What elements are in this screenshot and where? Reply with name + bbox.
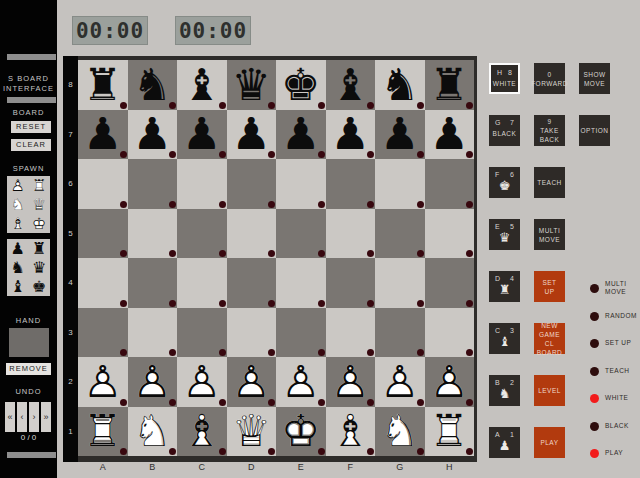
divider-bar xyxy=(7,97,56,103)
square-e2[interactable]: ♟♙ xyxy=(276,357,326,407)
white-pawn[interactable]: ♟♙ xyxy=(375,357,425,407)
square-f5[interactable] xyxy=(326,209,376,259)
led-row-teach: TEACH xyxy=(590,362,630,380)
white-pawn[interactable]: ♟♙ xyxy=(78,357,128,407)
black-bishop[interactable]: ♝ xyxy=(177,60,227,110)
spawn-tray-white: ♟♙♜♖♞♘♛♕♝♗♚♔ xyxy=(7,176,50,233)
led-label-line: PLAY xyxy=(605,449,623,457)
white-knight[interactable]: ♞♘ xyxy=(128,407,178,457)
white-pawn[interactable]: ♟♙ xyxy=(227,357,277,407)
piece-outline: ♕ xyxy=(29,195,51,214)
black-pawn[interactable]: ♟ xyxy=(375,110,425,160)
piece-fill: ♟ xyxy=(375,110,425,160)
key-f6[interactable]: F6♚ xyxy=(489,167,520,198)
square-f2[interactable]: ♟♙ xyxy=(326,357,376,407)
square-h6[interactable] xyxy=(425,159,475,209)
divider-bar xyxy=(7,54,56,60)
piece-outline: ♔ xyxy=(29,214,51,233)
piece-fill: ♞ xyxy=(128,60,178,110)
piece-fill: ♟ xyxy=(128,110,178,160)
piece-outline: ♗ xyxy=(326,407,376,457)
king-icon: ♚ xyxy=(489,179,520,193)
button-line: UP xyxy=(544,287,554,296)
file-label-c: C xyxy=(177,462,227,476)
key-word-label: BLACK xyxy=(489,130,520,137)
piece-outline: ♖ xyxy=(78,407,128,457)
rank-label-8: 8 xyxy=(63,60,78,110)
square-h7[interactable]: ♟ xyxy=(425,110,475,160)
sensor-dot xyxy=(417,250,424,257)
led-row-multi-move: MULTIMOVE xyxy=(590,279,627,297)
app-title-line1: S BOARD xyxy=(0,74,57,83)
white-queen[interactable]: ♛♕ xyxy=(227,407,277,457)
piece-outline: ♙ xyxy=(227,357,277,407)
divider-bar xyxy=(7,452,56,458)
undo-back-button[interactable]: ‹ xyxy=(17,402,27,432)
square-f4[interactable] xyxy=(326,258,376,308)
piece-outline: ♙ xyxy=(177,357,227,407)
key-g7-black[interactable]: G7BLACK xyxy=(489,115,520,146)
led-label-line: MOVE xyxy=(605,288,627,296)
white-rook[interactable]: ♜♖ xyxy=(78,407,128,457)
9-take-back-button[interactable]: 9TAKE BACK xyxy=(534,115,565,146)
piece-fill: ♟ xyxy=(177,110,227,160)
piece-fill: ♛ xyxy=(29,258,51,277)
square-a7[interactable]: ♟ xyxy=(78,110,128,160)
bishop-icon: ♝ xyxy=(489,335,520,349)
square-d2[interactable]: ♟♙ xyxy=(227,357,277,407)
piece-fill: ♚ xyxy=(276,60,326,110)
led-white xyxy=(590,394,599,403)
sensor-dot xyxy=(367,201,374,208)
key-file-label: A xyxy=(495,431,500,438)
button-line: OPTION xyxy=(581,126,609,135)
spawn-black-pawn[interactable]: ♟ xyxy=(7,239,29,258)
spawn-white-rook[interactable]: ♜♖ xyxy=(29,176,51,195)
white-bishop[interactable]: ♝♗ xyxy=(326,407,376,457)
sensor-dot xyxy=(466,349,473,356)
led-row-random: RANDOM xyxy=(590,307,637,325)
piece-outline: ♗ xyxy=(177,407,227,457)
rank-labels: 87654321 xyxy=(63,56,78,462)
black-king[interactable]: ♚ xyxy=(276,60,326,110)
black-knight[interactable]: ♞ xyxy=(128,60,178,110)
black-pawn[interactable]: ♟ xyxy=(326,110,376,160)
undo-last-button[interactable]: » xyxy=(41,402,51,432)
white-rook[interactable]: ♜♖ xyxy=(29,176,51,195)
square-e7[interactable]: ♟ xyxy=(276,110,326,160)
piece-fill: ♟ xyxy=(425,110,475,160)
square-e1[interactable]: ♚♔ xyxy=(276,407,326,457)
led-row-black: BLACK xyxy=(590,417,629,435)
white-knight[interactable]: ♞♘ xyxy=(7,195,29,214)
white-pawn[interactable]: ♟♙ xyxy=(425,357,475,407)
white-pawn[interactable]: ♟♙ xyxy=(326,357,376,407)
key-file-label: E xyxy=(495,223,500,230)
piece-outline: ♘ xyxy=(128,407,178,457)
rank-label-4: 4 xyxy=(63,258,78,308)
square-a2[interactable]: ♟♙ xyxy=(78,357,128,407)
square-g1[interactable]: ♞♘ xyxy=(375,407,425,457)
key-file-label: G xyxy=(495,119,500,126)
square-e3[interactable] xyxy=(276,308,326,358)
sensor-dot xyxy=(169,250,176,257)
key-file-label: C xyxy=(495,327,500,334)
black-bishop[interactable]: ♝ xyxy=(7,277,29,296)
led-label: TEACH xyxy=(605,367,630,375)
spawn-black-knight[interactable]: ♞ xyxy=(7,258,29,277)
rank-label-1: 1 xyxy=(63,407,78,457)
button-line: 0 xyxy=(547,70,551,79)
square-a4[interactable] xyxy=(78,258,128,308)
square-g7[interactable]: ♟ xyxy=(375,110,425,160)
square-b4[interactable] xyxy=(128,258,178,308)
led-black xyxy=(590,422,599,431)
board-panel: 87654321 ♜♞♝♛♚♝♞♜♟♟♟♟♟♟♟♟♟♙♟♙♟♙♟♙♟♙♟♙♟♙♟… xyxy=(63,56,477,462)
black-clock: 00:00 xyxy=(175,16,251,45)
app-title-line2: INTERFACE xyxy=(0,84,57,93)
square-h5[interactable] xyxy=(425,209,475,259)
black-pawn[interactable]: ♟ xyxy=(78,110,128,160)
piece-fill: ♟ xyxy=(7,239,29,258)
spawn-white-bishop[interactable]: ♝♗ xyxy=(7,214,29,233)
hand-section-label: HAND xyxy=(0,316,57,325)
piece-fill: ♟ xyxy=(227,110,277,160)
square-c2[interactable]: ♟♙ xyxy=(177,357,227,407)
square-e8[interactable]: ♚ xyxy=(276,60,326,110)
piece-outline: ♙ xyxy=(78,357,128,407)
button-line: SET xyxy=(542,278,556,287)
piece-outline: ♘ xyxy=(375,407,425,457)
white-rook[interactable]: ♜♖ xyxy=(425,407,475,457)
sensor-dot xyxy=(219,300,226,307)
black-pawn[interactable]: ♟ xyxy=(425,110,475,160)
key-coord-row: D4 xyxy=(489,271,520,282)
key-coord-row: B2 xyxy=(489,375,520,386)
led-label: BLACK xyxy=(605,422,629,430)
white-knight[interactable]: ♞♘ xyxy=(375,407,425,457)
square-a5[interactable] xyxy=(78,209,128,259)
led-row-play: PLAY xyxy=(590,444,623,462)
black-bishop[interactable]: ♝ xyxy=(326,60,376,110)
file-labels: ABCDEFGH xyxy=(78,462,474,476)
key-rank-label: 8 xyxy=(508,69,512,76)
piece-fill: ♝ xyxy=(177,60,227,110)
remove-button[interactable]: REMOVE xyxy=(6,363,51,375)
piece-fill: ♟ xyxy=(326,110,376,160)
square-g2[interactable]: ♟♙ xyxy=(375,357,425,407)
sensor-dot xyxy=(466,250,473,257)
white-pawn[interactable]: ♟♙ xyxy=(177,357,227,407)
square-b7[interactable]: ♟ xyxy=(128,110,178,160)
led-row-set-up: SET UP xyxy=(590,334,631,352)
key-e5[interactable]: E5♛ xyxy=(489,219,520,250)
led-row-white: WHITE xyxy=(590,389,628,407)
sensor-dot xyxy=(120,201,127,208)
teach-button[interactable]: TEACH xyxy=(534,167,565,198)
white-bishop[interactable]: ♝♗ xyxy=(7,214,29,233)
black-rook[interactable]: ♜ xyxy=(29,239,51,258)
square-c7[interactable]: ♟ xyxy=(177,110,227,160)
square-e6[interactable] xyxy=(276,159,326,209)
0-forward-button[interactable]: 0FORWARD xyxy=(534,63,565,94)
undo-counter: 0 / 0 xyxy=(0,433,57,442)
option-button[interactable]: OPTION xyxy=(579,115,610,146)
white-pawn[interactable]: ♟♙ xyxy=(7,176,29,195)
square-c1[interactable]: ♝♗ xyxy=(177,407,227,457)
black-pawn[interactable]: ♟ xyxy=(128,110,178,160)
square-d1[interactable]: ♛♕ xyxy=(227,407,277,457)
square-g6[interactable] xyxy=(375,159,425,209)
black-king[interactable]: ♚ xyxy=(29,277,51,296)
pawn-icon: ♟ xyxy=(489,439,520,453)
spawn-black-king[interactable]: ♚ xyxy=(29,277,51,296)
black-rook[interactable]: ♜ xyxy=(425,60,475,110)
left-sidebar: S BOARD INTERFACE BOARD RESET CLEAR SPAW… xyxy=(0,0,57,478)
square-h4[interactable] xyxy=(425,258,475,308)
sensor-dot xyxy=(268,250,275,257)
piece-outline: ♗ xyxy=(7,214,29,233)
led-set-up xyxy=(590,339,599,348)
key-file-label: H xyxy=(497,69,502,76)
key-a1[interactable]: A1♟ xyxy=(489,427,520,458)
sensor-dot xyxy=(466,300,473,307)
chess-computer-app: S BOARD INTERFACE BOARD RESET CLEAR SPAW… xyxy=(0,0,640,478)
piece-outline: ♙ xyxy=(326,357,376,407)
spawn-black-rook[interactable]: ♜ xyxy=(29,239,51,258)
square-g5[interactable] xyxy=(375,209,425,259)
key-coord-row: E5 xyxy=(489,219,520,230)
black-queen[interactable]: ♛ xyxy=(227,60,277,110)
square-d3[interactable] xyxy=(227,308,277,358)
sensor-dot xyxy=(169,300,176,307)
button-line: PLAY xyxy=(540,438,558,447)
led-label-line: WHITE xyxy=(605,394,628,402)
led-play xyxy=(590,449,599,458)
key-h8-white[interactable]: H8WHITE xyxy=(489,63,520,94)
button-line: 9 xyxy=(547,117,551,126)
piece-fill: ♟ xyxy=(276,110,326,160)
undo-controls: «‹›» xyxy=(5,402,53,432)
square-h2[interactable]: ♟♙ xyxy=(425,357,475,407)
spawn-white-pawn[interactable]: ♟♙ xyxy=(7,176,29,195)
sensor-dot xyxy=(219,250,226,257)
hand-slot[interactable] xyxy=(9,328,49,357)
square-a8[interactable]: ♜ xyxy=(78,60,128,110)
sensor-dot xyxy=(466,201,473,208)
rank-label-2: 2 xyxy=(63,357,78,407)
piece-outline: ♙ xyxy=(276,357,326,407)
piece-outline: ♙ xyxy=(425,357,475,407)
white-king[interactable]: ♚♔ xyxy=(29,214,51,233)
sensor-dot xyxy=(169,349,176,356)
sensor-dot xyxy=(367,349,374,356)
black-pawn[interactable]: ♟ xyxy=(7,239,29,258)
square-f3[interactable] xyxy=(326,308,376,358)
led-label-line: RANDOM xyxy=(605,312,637,320)
spawn-section-label: SPAWN xyxy=(0,164,57,173)
button-line: CL BOARD xyxy=(534,339,565,357)
rank-label-5: 5 xyxy=(63,209,78,259)
sensor-dot xyxy=(318,201,325,208)
sensor-dot xyxy=(417,201,424,208)
square-g3[interactable] xyxy=(375,308,425,358)
black-knight[interactable]: ♞ xyxy=(375,60,425,110)
square-d5[interactable] xyxy=(227,209,277,259)
piece-outline: ♙ xyxy=(375,357,425,407)
sensor-dot xyxy=(417,300,424,307)
led-label: WHITE xyxy=(605,394,628,402)
sensor-dot xyxy=(169,201,176,208)
spawn-black-bishop[interactable]: ♝ xyxy=(7,277,29,296)
square-d6[interactable] xyxy=(227,159,277,209)
square-d8[interactable]: ♛ xyxy=(227,60,277,110)
key-c3[interactable]: C3♝ xyxy=(489,323,520,354)
spawn-white-king[interactable]: ♚♔ xyxy=(29,214,51,233)
key-file-label: D xyxy=(495,275,500,282)
clear-button[interactable]: CLEAR xyxy=(11,139,51,151)
sensor-dot xyxy=(367,250,374,257)
spawn-black-queen[interactable]: ♛ xyxy=(29,258,51,277)
undo-forward-button[interactable]: › xyxy=(29,402,39,432)
undo-first-button[interactable]: « xyxy=(5,402,15,432)
key-coord-row: F6 xyxy=(489,167,520,178)
key-file-label: F xyxy=(495,171,499,178)
piece-fill: ♝ xyxy=(326,60,376,110)
level-button[interactable]: LEVEL xyxy=(534,375,565,406)
button-line: MOVE xyxy=(539,235,560,244)
square-f8[interactable]: ♝ xyxy=(326,60,376,110)
led-label-line: MULTI xyxy=(605,280,627,288)
spawn-white-knight[interactable]: ♞♘ xyxy=(7,195,29,214)
square-e5[interactable] xyxy=(276,209,326,259)
key-coord-row: C3 xyxy=(489,323,520,334)
key-rank-label: 5 xyxy=(510,223,514,230)
square-a3[interactable] xyxy=(78,308,128,358)
key-d4[interactable]: D4♜ xyxy=(489,271,520,302)
key-rank-label: 4 xyxy=(510,275,514,282)
black-queen[interactable]: ♛ xyxy=(29,258,51,277)
square-b2[interactable]: ♟♙ xyxy=(128,357,178,407)
square-c5[interactable] xyxy=(177,209,227,259)
key-rank-label: 1 xyxy=(510,431,514,438)
led-multi-move xyxy=(590,284,599,293)
square-h3[interactable] xyxy=(425,308,475,358)
square-f6[interactable] xyxy=(326,159,376,209)
new-game-cl-board-button[interactable]: NEW GAMECL BOARD xyxy=(534,323,565,354)
led-teach xyxy=(590,367,599,376)
black-pawn[interactable]: ♟ xyxy=(177,110,227,160)
square-a6[interactable] xyxy=(78,159,128,209)
piece-fill: ♞ xyxy=(375,60,425,110)
black-knight[interactable]: ♞ xyxy=(7,258,29,277)
sensor-dot xyxy=(318,250,325,257)
multi-move-button[interactable]: MULTIMOVE xyxy=(534,219,565,250)
square-g4[interactable] xyxy=(375,258,425,308)
white-bishop[interactable]: ♝♗ xyxy=(177,407,227,457)
show-move-button[interactable]: SHOWMOVE xyxy=(579,63,610,94)
square-b3[interactable] xyxy=(128,308,178,358)
key-rank-label: 2 xyxy=(510,379,514,386)
button-line: FORWARD xyxy=(531,79,568,88)
white-pawn[interactable]: ♟♙ xyxy=(276,357,326,407)
square-d7[interactable]: ♟ xyxy=(227,110,277,160)
black-rook[interactable]: ♜ xyxy=(78,60,128,110)
piece-fill: ♝ xyxy=(7,277,29,296)
white-clock: 00:00 xyxy=(72,16,148,45)
file-label-b: B xyxy=(128,462,178,476)
square-b6[interactable] xyxy=(128,159,178,209)
square-b5[interactable] xyxy=(128,209,178,259)
led-random xyxy=(590,312,599,321)
led-label: SET UP xyxy=(605,339,631,347)
set-up-button[interactable]: SETUP xyxy=(534,271,565,302)
white-king[interactable]: ♚♔ xyxy=(276,407,326,457)
square-f7[interactable]: ♟ xyxy=(326,110,376,160)
sensor-dot xyxy=(268,201,275,208)
sensor-dot xyxy=(219,201,226,208)
piece-outline: ♖ xyxy=(29,176,51,195)
square-c8[interactable]: ♝ xyxy=(177,60,227,110)
sensor-dot xyxy=(367,300,374,307)
sensor-dot xyxy=(417,349,424,356)
black-pawn[interactable]: ♟ xyxy=(227,110,277,160)
rank-label-3: 3 xyxy=(63,308,78,358)
rank-label-6: 6 xyxy=(63,159,78,209)
square-g8[interactable]: ♞ xyxy=(375,60,425,110)
board-section-label: BOARD xyxy=(0,108,57,117)
play-button[interactable]: PLAY xyxy=(534,427,565,458)
key-rank-label: 6 xyxy=(510,171,514,178)
key-file-label: B xyxy=(495,379,500,386)
square-h1[interactable]: ♜♖ xyxy=(425,407,475,457)
spawn-tray-black: ♟♜♞♛♝♚ xyxy=(7,239,50,296)
square-f1[interactable]: ♝♗ xyxy=(326,407,376,457)
sensor-dot xyxy=(219,349,226,356)
key-b2[interactable]: B2♞ xyxy=(489,375,520,406)
square-e4[interactable] xyxy=(276,258,326,308)
rank-label-7: 7 xyxy=(63,110,78,160)
square-a1[interactable]: ♜♖ xyxy=(78,407,128,457)
button-line: TEACH xyxy=(537,178,562,187)
file-label-h: H xyxy=(425,462,475,476)
square-h8[interactable]: ♜ xyxy=(425,60,475,110)
sensor-dot xyxy=(268,300,275,307)
square-c6[interactable] xyxy=(177,159,227,209)
led-label: RANDOM xyxy=(605,312,637,320)
sensor-dot xyxy=(120,250,127,257)
square-b1[interactable]: ♞♘ xyxy=(128,407,178,457)
file-label-f: F xyxy=(326,462,376,476)
key-word-label: WHITE xyxy=(491,80,518,87)
piece-fill: ♞ xyxy=(7,258,29,277)
white-pawn[interactable]: ♟♙ xyxy=(128,357,178,407)
spawn-white-queen[interactable]: ♛♕ xyxy=(29,195,51,214)
piece-fill: ♜ xyxy=(425,60,475,110)
knight-icon: ♞ xyxy=(489,387,520,401)
rook-icon: ♜ xyxy=(489,283,520,297)
black-pawn[interactable]: ♟ xyxy=(276,110,326,160)
piece-fill: ♜ xyxy=(29,239,51,258)
square-d4[interactable] xyxy=(227,258,277,308)
reset-button[interactable]: RESET xyxy=(11,121,51,133)
square-c3[interactable] xyxy=(177,308,227,358)
square-b8[interactable]: ♞ xyxy=(128,60,178,110)
button-line: TAKE BACK xyxy=(534,126,565,144)
square-c4[interactable] xyxy=(177,258,227,308)
led-label: MULTIMOVE xyxy=(605,280,627,296)
white-queen[interactable]: ♛♕ xyxy=(29,195,51,214)
